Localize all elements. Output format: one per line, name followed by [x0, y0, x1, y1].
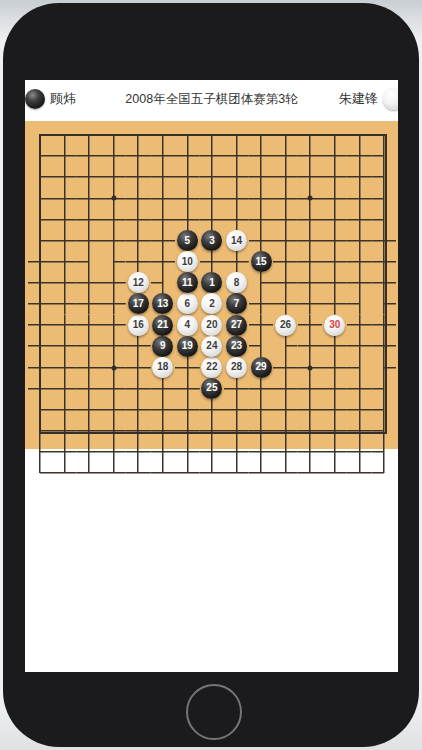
board-cell — [372, 336, 397, 357]
board-cell — [347, 209, 372, 230]
board-cell — [28, 399, 53, 420]
page: { "game": "gomoku (五子棋 / renju), 15x15 b… — [0, 0, 422, 750]
board-cell — [101, 399, 126, 420]
board-cell — [77, 124, 102, 145]
board-cell — [372, 124, 397, 145]
board-cell — [126, 378, 151, 399]
board-cell — [151, 462, 176, 483]
board-cell — [273, 357, 298, 378]
board-cell — [249, 209, 274, 230]
board-cell — [298, 209, 323, 230]
board-cell — [52, 420, 77, 441]
board-cell — [101, 272, 126, 293]
board-cell — [101, 420, 126, 441]
board-cell — [224, 124, 249, 145]
board-cell — [126, 124, 151, 145]
board-cell — [322, 399, 347, 420]
board-cell — [77, 230, 102, 251]
board-cell — [77, 315, 102, 336]
board-cell — [372, 230, 397, 251]
board-cell — [52, 124, 77, 145]
board-cell — [151, 441, 176, 462]
board-cell — [126, 167, 151, 188]
board-cell — [52, 336, 77, 357]
board-cell — [77, 441, 102, 462]
board-cell — [322, 462, 347, 483]
board-cell — [126, 146, 151, 167]
board-cell — [77, 357, 102, 378]
board-cell — [347, 167, 372, 188]
board-cell — [28, 124, 53, 145]
stone-black-27: 27 — [226, 315, 247, 336]
board-cell — [101, 315, 126, 336]
star-point — [111, 365, 116, 370]
board-cell — [126, 357, 151, 378]
board-cell — [28, 209, 53, 230]
board-cell — [151, 420, 176, 441]
board-cell — [273, 420, 298, 441]
board-cell — [298, 462, 323, 483]
board-cell — [372, 399, 397, 420]
board-cell — [101, 378, 126, 399]
board-cell — [224, 146, 249, 167]
board-cell — [224, 167, 249, 188]
star-point — [111, 196, 116, 201]
board-cell — [126, 230, 151, 251]
board-cell — [273, 272, 298, 293]
board-cell — [200, 399, 225, 420]
board-cell — [28, 146, 53, 167]
board-cell — [347, 146, 372, 167]
board-cell — [28, 441, 53, 462]
board-cell — [52, 188, 77, 209]
board-cell — [151, 188, 176, 209]
board-cell — [175, 124, 200, 145]
board-cell — [77, 462, 102, 483]
stone-black-7: 7 — [226, 293, 247, 314]
board-cell — [298, 336, 323, 357]
board-cell — [224, 399, 249, 420]
board-cell — [77, 209, 102, 230]
board-cell — [151, 251, 176, 272]
stone-black-19: 19 — [177, 336, 198, 357]
phone-frame: 1234567891011121314151617181920212223242… — [3, 3, 419, 747]
board-cell — [101, 124, 126, 145]
board-cell — [52, 167, 77, 188]
board-cell — [273, 462, 298, 483]
board-cell — [249, 124, 274, 145]
stone-black-23: 23 — [226, 336, 247, 357]
board-cell — [28, 251, 53, 272]
board-cell — [372, 378, 397, 399]
board-cell — [101, 462, 126, 483]
board-cell — [347, 188, 372, 209]
stone-white-10: 10 — [177, 251, 198, 272]
board-cell — [372, 146, 397, 167]
board-grid: 1234567891011121314151617181920212223242… — [28, 124, 396, 483]
board-cell — [224, 251, 249, 272]
stone-black-11: 11 — [177, 272, 198, 293]
board-cell — [28, 188, 53, 209]
stone-white-24: 24 — [201, 336, 222, 357]
board-cell — [224, 420, 249, 441]
board-cell — [372, 420, 397, 441]
board-cell — [101, 230, 126, 251]
board-cell — [52, 293, 77, 314]
board-cell — [175, 378, 200, 399]
board-cell — [151, 272, 176, 293]
board-cell — [77, 378, 102, 399]
app-screen: 1234567891011121314151617181920212223242… — [25, 80, 398, 672]
board-cell — [298, 146, 323, 167]
board-cell — [200, 420, 225, 441]
board-cell — [347, 293, 372, 314]
board-cell — [347, 420, 372, 441]
board-cell — [151, 230, 176, 251]
board-cell — [126, 462, 151, 483]
board-cell — [175, 399, 200, 420]
board-cell — [28, 293, 53, 314]
board-cell — [101, 167, 126, 188]
board-cell — [298, 272, 323, 293]
board-cell — [28, 462, 53, 483]
board-cell — [273, 378, 298, 399]
board-cell — [101, 209, 126, 230]
stone-white-18: 18 — [152, 357, 173, 378]
board-cell — [322, 378, 347, 399]
board-cell — [224, 188, 249, 209]
stone-black-17: 17 — [128, 293, 149, 314]
board-cell — [347, 357, 372, 378]
board-cell — [126, 441, 151, 462]
board-cell — [372, 293, 397, 314]
board-cell — [52, 146, 77, 167]
board-cell — [372, 357, 397, 378]
board-cell — [249, 462, 274, 483]
board-cell — [249, 230, 274, 251]
board-cell — [273, 293, 298, 314]
board-cell — [52, 399, 77, 420]
board-cell — [200, 188, 225, 209]
stone-white-22: 22 — [201, 357, 222, 378]
board-cell — [175, 420, 200, 441]
board-cell — [52, 251, 77, 272]
board-cell — [249, 315, 274, 336]
board-cell — [347, 272, 372, 293]
board-cell — [298, 315, 323, 336]
board-cell — [298, 293, 323, 314]
board-cell — [298, 167, 323, 188]
board-cell — [101, 441, 126, 462]
stone-white-28: 28 — [226, 357, 247, 378]
board-cell — [273, 399, 298, 420]
board-cell — [28, 167, 53, 188]
board-cell — [200, 441, 225, 462]
board-cell — [372, 167, 397, 188]
board-cell — [77, 293, 102, 314]
board-cell — [322, 420, 347, 441]
stone-black-5: 5 — [177, 230, 198, 251]
board-cell — [52, 441, 77, 462]
board-cell — [249, 293, 274, 314]
board-cell — [322, 272, 347, 293]
board-cell — [372, 462, 397, 483]
board-cell — [249, 441, 274, 462]
board-cell — [322, 124, 347, 145]
board-cell — [273, 441, 298, 462]
board-cell — [52, 315, 77, 336]
board-cell — [322, 336, 347, 357]
board-cell — [249, 188, 274, 209]
board-cell — [52, 209, 77, 230]
stone-black-15: 15 — [251, 251, 272, 272]
board-cell — [273, 188, 298, 209]
board-cell — [322, 209, 347, 230]
stone-white-6: 6 — [177, 293, 198, 314]
board-cell — [372, 441, 397, 462]
board-cell — [372, 209, 397, 230]
board-cell — [322, 146, 347, 167]
board-cell — [249, 146, 274, 167]
board-cell — [77, 251, 102, 272]
board-cell — [322, 167, 347, 188]
gomoku-board: 1234567891011121314151617181920212223242… — [25, 121, 398, 449]
stone-black-1: 1 — [201, 272, 222, 293]
board-cell — [151, 124, 176, 145]
stone-white-16: 16 — [128, 315, 149, 336]
stone-black-13: 13 — [152, 293, 173, 314]
board-cell — [52, 378, 77, 399]
board-cell — [151, 378, 176, 399]
board-cell — [372, 315, 397, 336]
stone-white-30: 30 — [324, 315, 345, 336]
board-cell — [347, 378, 372, 399]
board-cell — [347, 124, 372, 145]
board-cell — [200, 209, 225, 230]
stone-white-12: 12 — [128, 272, 149, 293]
board-cell — [126, 399, 151, 420]
board-cell — [175, 441, 200, 462]
board-cell — [101, 251, 126, 272]
board-cell — [200, 146, 225, 167]
stone-white-4: 4 — [177, 315, 198, 336]
board-cell — [322, 441, 347, 462]
board-cell — [298, 230, 323, 251]
board-cell — [52, 357, 77, 378]
board-cell — [151, 399, 176, 420]
board-cell — [273, 336, 298, 357]
board-cell — [200, 462, 225, 483]
board-cell — [126, 188, 151, 209]
board-cell — [126, 420, 151, 441]
board-cell — [322, 251, 347, 272]
stone-white-20: 20 — [201, 315, 222, 336]
board-cell — [28, 336, 53, 357]
board-cell — [273, 209, 298, 230]
board-cell — [224, 209, 249, 230]
stone-white-2: 2 — [201, 293, 222, 314]
board-cell — [273, 124, 298, 145]
board-cell — [175, 462, 200, 483]
board-cell — [273, 251, 298, 272]
board-cell — [77, 146, 102, 167]
stone-black-9: 9 — [152, 336, 173, 357]
stone-black-25: 25 — [201, 378, 222, 399]
board-cell — [101, 293, 126, 314]
board-cell — [28, 272, 53, 293]
board-cell — [175, 209, 200, 230]
board-cell — [298, 124, 323, 145]
board-cell — [77, 336, 102, 357]
board-cell — [347, 336, 372, 357]
star-point — [308, 365, 313, 370]
board-cell — [298, 251, 323, 272]
home-button[interactable] — [186, 684, 242, 740]
stone-black-3: 3 — [201, 230, 222, 251]
board-cell — [372, 188, 397, 209]
board-cell — [28, 378, 53, 399]
board-cell — [249, 272, 274, 293]
board-cell — [372, 251, 397, 272]
board-cell — [77, 420, 102, 441]
stone-black-29: 29 — [251, 357, 272, 378]
board-cell — [200, 124, 225, 145]
board-cell — [77, 188, 102, 209]
board-cell — [347, 399, 372, 420]
board-cell — [298, 399, 323, 420]
board-cell — [77, 272, 102, 293]
stone-white-8: 8 — [226, 272, 247, 293]
board-cell — [322, 230, 347, 251]
board-cell — [298, 420, 323, 441]
star-point — [308, 196, 313, 201]
players-row: 顾炜 2008年全国五子棋团体赛第3轮 朱建锋 — [25, 88, 398, 110]
board-cell — [347, 441, 372, 462]
board-cell — [151, 167, 176, 188]
stone-white-14: 14 — [226, 230, 247, 251]
board-cell — [175, 188, 200, 209]
board-cell — [249, 420, 274, 441]
stone-black-21: 21 — [152, 315, 173, 336]
board-cell — [200, 251, 225, 272]
board-cell — [151, 209, 176, 230]
board-cell — [322, 188, 347, 209]
stone-white-26: 26 — [275, 315, 296, 336]
board-cell — [175, 146, 200, 167]
board-cell — [28, 230, 53, 251]
board-cell — [347, 462, 372, 483]
board-cell — [347, 315, 372, 336]
board-cell — [28, 357, 53, 378]
match-title: 2008年全国五子棋团体赛第3轮 — [25, 91, 398, 108]
board-cell — [249, 336, 274, 357]
board-cell — [322, 357, 347, 378]
board-cell — [224, 441, 249, 462]
board-cell — [200, 167, 225, 188]
board-cell — [224, 462, 249, 483]
board-cell — [28, 315, 53, 336]
board-cell — [224, 378, 249, 399]
board-cell — [298, 441, 323, 462]
board-cell — [126, 209, 151, 230]
board-cell — [52, 230, 77, 251]
board-cell — [298, 378, 323, 399]
board-cell — [372, 272, 397, 293]
board-cell — [52, 462, 77, 483]
board-cell — [28, 420, 53, 441]
board-cell — [249, 167, 274, 188]
board-cell — [175, 357, 200, 378]
board-cell — [347, 251, 372, 272]
board-cell — [322, 293, 347, 314]
board-cell — [126, 251, 151, 272]
board-cell — [52, 272, 77, 293]
board-cell — [273, 230, 298, 251]
board-cell — [101, 146, 126, 167]
board-cell — [77, 167, 102, 188]
board-cell — [77, 399, 102, 420]
board-cell — [249, 378, 274, 399]
board-cell — [101, 336, 126, 357]
board-cell — [151, 146, 176, 167]
board-cell — [249, 399, 274, 420]
board-cell — [273, 167, 298, 188]
board-cell — [126, 336, 151, 357]
board-cell — [175, 167, 200, 188]
board-cell — [347, 230, 372, 251]
board-cell — [273, 146, 298, 167]
